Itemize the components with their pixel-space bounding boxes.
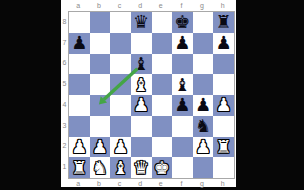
square-c6[interactable] — [110, 54, 131, 75]
file-label-bottom-c: c — [109, 179, 130, 188]
square-b8[interactable] — [90, 12, 111, 33]
white-pawn: ♟ — [92, 137, 108, 155]
white-pawn: ♟ — [133, 96, 149, 114]
square-c3[interactable] — [110, 116, 131, 137]
file-label-top-d: d — [130, 1, 151, 10]
white-king: ♚ — [154, 158, 170, 176]
black-king: ♚ — [174, 13, 190, 31]
rank-labels-left: 87654321 — [61, 11, 68, 177]
square-g5[interactable] — [193, 74, 214, 95]
black-rook: ♜ — [216, 13, 232, 31]
square-d4[interactable]: ♟ — [131, 95, 152, 116]
square-e1[interactable]: ♚ — [152, 157, 173, 178]
square-a1[interactable]: ♜ — [69, 157, 90, 178]
white-rook: ♜ — [216, 137, 232, 155]
square-h8[interactable]: ♜ — [213, 12, 234, 33]
square-c8[interactable] — [110, 12, 131, 33]
square-g3[interactable]: ♞ — [193, 116, 214, 137]
square-d8[interactable]: ♛ — [131, 12, 152, 33]
square-f8[interactable]: ♚ — [172, 12, 193, 33]
file-label-bottom-b: b — [89, 179, 110, 188]
chess-board[interactable]: ♛♚♜♟♟♟♝♝♝♟♟♟♟♞♟♟♟♟♜♜♞♝♛♚ — [68, 11, 235, 179]
chess-diagram-screen: { "game": "chess", "position": { "fen": … — [0, 0, 304, 190]
square-g7[interactable] — [193, 33, 214, 54]
rank-label-4: 4 — [61, 94, 68, 115]
square-d5[interactable]: ♝ — [131, 74, 152, 95]
file-label-bottom-g: g — [192, 179, 213, 188]
square-f4[interactable]: ♟ — [172, 95, 193, 116]
square-b5[interactable] — [90, 74, 111, 95]
black-bishop: ♝ — [133, 54, 149, 72]
square-f6[interactable] — [172, 54, 193, 75]
black-pawn: ♟ — [174, 34, 190, 52]
square-e5[interactable] — [152, 74, 173, 95]
square-h4[interactable]: ♟ — [213, 95, 234, 116]
square-d2[interactable] — [131, 137, 152, 158]
square-a2[interactable]: ♟ — [69, 137, 90, 158]
square-e8[interactable] — [152, 12, 173, 33]
file-label-top-e: e — [151, 1, 172, 10]
file-label-top-a: a — [68, 1, 89, 10]
square-e3[interactable] — [152, 116, 173, 137]
square-b2[interactable]: ♟ — [90, 137, 111, 158]
file-label-bottom-h: h — [212, 179, 233, 188]
square-h6[interactable] — [213, 54, 234, 75]
black-pawn: ♟ — [195, 96, 211, 114]
white-pawn: ♟ — [216, 96, 232, 114]
file-labels-top: abcdefgh — [68, 1, 233, 10]
square-a8[interactable] — [69, 12, 90, 33]
square-b3[interactable] — [90, 116, 111, 137]
file-label-bottom-d: d — [130, 179, 151, 188]
square-f7[interactable]: ♟ — [172, 33, 193, 54]
file-label-top-c: c — [109, 1, 130, 10]
rank-label-2: 2 — [61, 136, 68, 157]
square-g1[interactable] — [193, 157, 214, 178]
square-h2[interactable]: ♜ — [213, 137, 234, 158]
white-queen: ♛ — [133, 158, 149, 176]
white-knight: ♞ — [92, 158, 108, 176]
white-pawn: ♟ — [71, 137, 87, 155]
file-label-top-h: h — [212, 1, 233, 10]
square-a3[interactable] — [69, 116, 90, 137]
square-c7[interactable] — [110, 33, 131, 54]
square-c5[interactable] — [110, 74, 131, 95]
rank-label-7: 7 — [61, 32, 68, 53]
rank-label-3: 3 — [61, 115, 68, 136]
square-e4[interactable] — [152, 95, 173, 116]
square-b6[interactable] — [90, 54, 111, 75]
square-b1[interactable]: ♞ — [90, 157, 111, 178]
square-a5[interactable] — [69, 74, 90, 95]
rank-label-5: 5 — [61, 73, 68, 94]
square-h7[interactable]: ♟ — [213, 33, 234, 54]
white-pawn: ♟ — [112, 137, 128, 155]
rank-label-1: 1 — [61, 156, 68, 177]
square-g4[interactable]: ♟ — [193, 95, 214, 116]
square-e2[interactable] — [152, 137, 173, 158]
file-label-top-f: f — [171, 1, 192, 10]
square-f2[interactable] — [172, 137, 193, 158]
square-d3[interactable] — [131, 116, 152, 137]
square-g8[interactable] — [193, 12, 214, 33]
square-a7[interactable]: ♟ — [69, 33, 90, 54]
white-rook: ♜ — [71, 158, 87, 176]
square-b4[interactable] — [90, 95, 111, 116]
square-e7[interactable] — [152, 33, 173, 54]
file-labels-bottom: abcdefgh — [68, 179, 233, 188]
file-label-bottom-f: f — [171, 179, 192, 188]
square-f1[interactable] — [172, 157, 193, 178]
square-f5[interactable]: ♝ — [172, 74, 193, 95]
white-pawn: ♟ — [195, 137, 211, 155]
square-e6[interactable] — [152, 54, 173, 75]
square-h5[interactable] — [213, 74, 234, 95]
square-h3[interactable] — [213, 116, 234, 137]
square-c4[interactable] — [110, 95, 131, 116]
file-label-top-g: g — [192, 1, 213, 10]
black-knight: ♞ — [195, 117, 211, 135]
white-bishop: ♝ — [112, 158, 128, 176]
square-d6[interactable]: ♝ — [131, 54, 152, 75]
rank-label-6: 6 — [61, 53, 68, 74]
black-pawn: ♟ — [174, 96, 190, 114]
square-d1[interactable]: ♛ — [131, 157, 152, 178]
file-label-top-b: b — [89, 1, 110, 10]
square-b7[interactable] — [90, 33, 111, 54]
black-pawn: ♟ — [71, 34, 87, 52]
square-a4[interactable] — [69, 95, 90, 116]
file-label-bottom-a: a — [68, 179, 89, 188]
board-wrap: ♛♚♜♟♟♟♝♝♝♟♟♟♟♞♟♟♟♟♜♜♞♝♛♚ — [68, 11, 233, 177]
square-d7[interactable] — [131, 33, 152, 54]
rank-label-8: 8 — [61, 11, 68, 32]
black-pawn: ♟ — [216, 34, 232, 52]
square-c1[interactable]: ♝ — [110, 157, 131, 178]
file-label-bottom-e: e — [151, 179, 172, 188]
square-a6[interactable] — [69, 54, 90, 75]
square-f3[interactable] — [172, 116, 193, 137]
square-g2[interactable]: ♟ — [193, 137, 214, 158]
white-bishop: ♝ — [133, 75, 149, 93]
black-bishop: ♝ — [174, 75, 190, 93]
square-h1[interactable] — [213, 157, 234, 178]
square-c2[interactable]: ♟ — [110, 137, 131, 158]
square-g6[interactable] — [193, 54, 214, 75]
black-queen: ♛ — [133, 13, 149, 31]
